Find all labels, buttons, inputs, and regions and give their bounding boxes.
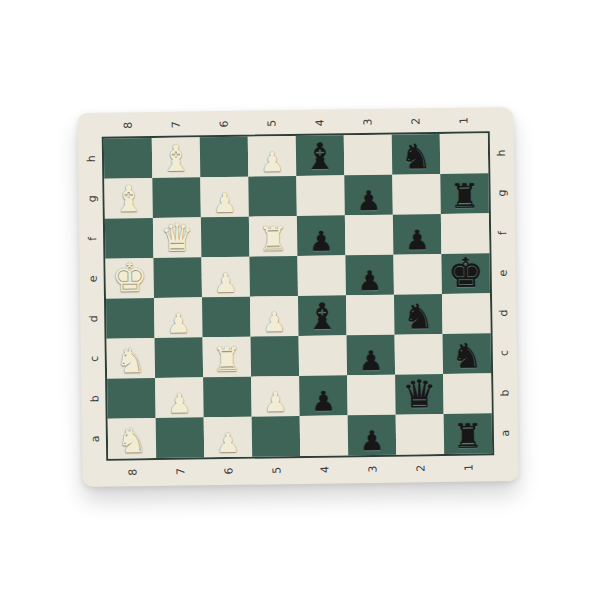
square-b1[interactable] <box>443 373 492 414</box>
piece-white-P-a6[interactable]: ♟ <box>204 429 252 457</box>
square-c2[interactable] <box>395 334 444 375</box>
piece-black-R-g1[interactable]: ♜ <box>440 179 488 213</box>
square-f4[interactable]: ♟ <box>297 215 346 256</box>
square-h4[interactable]: ♝ <box>296 135 345 176</box>
square-b5[interactable]: ♟ <box>251 376 300 417</box>
square-d2[interactable]: ♞ <box>394 294 443 335</box>
square-f1[interactable] <box>441 213 490 254</box>
square-c7[interactable] <box>155 337 204 378</box>
square-c4[interactable] <box>299 335 348 376</box>
square-d5[interactable]: ♟ <box>250 296 299 337</box>
piece-white-P-d5[interactable]: ♟ <box>250 308 298 336</box>
piece-white-P-g6[interactable]: ♟ <box>200 189 248 217</box>
piece-white-R-c6[interactable]: ♜ <box>203 343 251 377</box>
square-f3[interactable] <box>345 215 394 256</box>
piece-white-R-f5[interactable]: ♜ <box>249 222 297 256</box>
piece-white-N-c8[interactable]: ♞ <box>107 343 155 378</box>
square-e5[interactable] <box>249 256 298 297</box>
piece-black-P-g3[interactable]: ♟ <box>344 187 392 215</box>
square-a8[interactable]: ♞ <box>108 418 157 459</box>
square-d4[interactable]: ♝ <box>298 295 347 336</box>
piece-white-B-h7[interactable]: ♝ <box>152 140 200 177</box>
square-h8[interactable] <box>104 138 153 179</box>
square-a4[interactable] <box>300 415 349 456</box>
square-b4[interactable]: ♟ <box>299 375 348 416</box>
piece-white-Q-f7[interactable]: ♛ <box>153 218 202 257</box>
square-e8[interactable]: ♚ <box>105 258 154 299</box>
piece-black-N-d2[interactable]: ♞ <box>394 299 442 334</box>
square-g4[interactable] <box>296 175 345 216</box>
square-f7[interactable]: ♛ <box>153 217 202 258</box>
square-e7[interactable] <box>153 257 202 298</box>
piece-white-N-a8[interactable]: ♞ <box>108 423 156 458</box>
square-g3[interactable]: ♟ <box>344 175 393 216</box>
piece-black-K-e1[interactable]: ♚ <box>441 252 490 293</box>
piece-white-P-b7[interactable]: ♟ <box>155 389 203 417</box>
square-a6[interactable]: ♟ <box>204 417 253 458</box>
square-b6[interactable] <box>203 377 252 418</box>
square-b2[interactable]: ♛ <box>395 374 444 415</box>
square-g7[interactable] <box>152 177 201 218</box>
square-g8[interactable]: ♝ <box>104 178 153 219</box>
square-g1[interactable]: ♜ <box>440 173 489 214</box>
square-b8[interactable] <box>107 378 156 419</box>
square-e3[interactable]: ♟ <box>345 255 394 296</box>
piece-black-R-a1[interactable]: ♜ <box>444 419 492 453</box>
square-c1[interactable]: ♞ <box>443 333 492 374</box>
square-c6[interactable]: ♜ <box>203 337 252 378</box>
square-h6[interactable] <box>200 137 249 178</box>
square-e1[interactable]: ♚ <box>441 253 490 294</box>
piece-black-P-a3[interactable]: ♟ <box>348 427 396 455</box>
square-e4[interactable] <box>297 255 346 296</box>
square-c8[interactable]: ♞ <box>107 338 156 379</box>
piece-black-P-f4[interactable]: ♟ <box>297 227 345 255</box>
piece-black-B-d4[interactable]: ♝ <box>298 298 346 335</box>
square-g6[interactable]: ♟ <box>200 177 249 218</box>
piece-black-P-b4[interactable]: ♟ <box>299 387 347 415</box>
square-g5[interactable] <box>248 176 297 217</box>
piece-black-P-f2[interactable]: ♟ <box>393 226 441 254</box>
square-c5[interactable] <box>251 336 300 377</box>
piece-black-N-c1[interactable]: ♞ <box>443 338 491 373</box>
piece-white-P-h5[interactable]: ♟ <box>248 148 296 176</box>
square-e6[interactable]: ♟ <box>201 257 250 298</box>
square-f6[interactable] <box>201 217 250 258</box>
piece-black-P-e3[interactable]: ♟ <box>346 267 394 295</box>
square-a2[interactable] <box>396 414 445 455</box>
piece-black-P-c3[interactable]: ♟ <box>347 347 395 375</box>
square-f8[interactable] <box>105 218 154 259</box>
square-a7[interactable] <box>156 417 205 458</box>
piece-black-Q-b2[interactable]: ♛ <box>395 375 444 414</box>
square-d7[interactable]: ♟ <box>154 297 203 338</box>
square-b7[interactable]: ♟ <box>155 377 204 418</box>
square-h7[interactable]: ♝ <box>152 137 201 178</box>
square-a5[interactable] <box>252 416 301 457</box>
square-d6[interactable] <box>202 297 251 338</box>
square-a3[interactable]: ♟ <box>348 415 397 456</box>
piece-white-P-d7[interactable]: ♟ <box>154 309 202 337</box>
square-c3[interactable]: ♟ <box>347 335 396 376</box>
square-e2[interactable] <box>393 254 442 295</box>
piece-white-B-g8[interactable]: ♝ <box>104 181 152 218</box>
square-g2[interactable] <box>392 174 441 215</box>
square-d3[interactable] <box>346 295 395 336</box>
piece-white-P-e6[interactable]: ♟ <box>202 269 250 297</box>
square-d1[interactable] <box>442 293 491 334</box>
piece-black-B-h4[interactable]: ♝ <box>296 138 344 175</box>
square-h3[interactable] <box>344 135 393 176</box>
piece-black-N-h2[interactable]: ♞ <box>392 139 440 174</box>
square-h5[interactable]: ♟ <box>248 136 297 177</box>
piece-white-K-e8[interactable]: ♚ <box>105 257 154 298</box>
square-f5[interactable]: ♜ <box>249 216 298 257</box>
square-a1[interactable]: ♜ <box>444 413 493 454</box>
board-with-coordinates: 8877665544332211hhggffeeddccbbaa♝♟♝♞♝♟♟♜… <box>77 107 518 487</box>
square-h2[interactable]: ♞ <box>392 134 441 175</box>
square-f2[interactable]: ♟ <box>393 214 442 255</box>
square-d8[interactable] <box>106 298 155 339</box>
square-h1[interactable] <box>440 133 489 174</box>
square-b3[interactable] <box>347 375 396 416</box>
piece-white-P-b5[interactable]: ♟ <box>251 388 299 416</box>
chess-mat: 8877665544332211hhggffeeddccbbaa♝♟♝♞♝♟♟♜… <box>77 107 518 487</box>
